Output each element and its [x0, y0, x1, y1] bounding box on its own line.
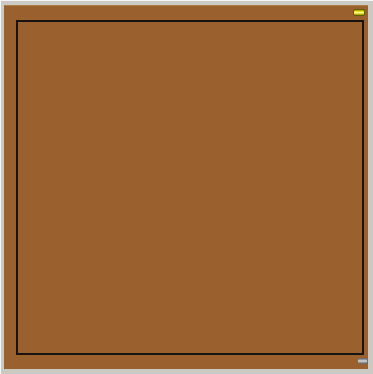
file-label-a [319, 356, 362, 371]
white-to-move-led-icon [353, 9, 365, 16]
file-labels [18, 356, 362, 371]
chess-gui-window: { "game": "chess", "board": { "perspecti… [0, 0, 373, 374]
rank-label-2 [4, 63, 16, 104]
file-label-f [104, 356, 147, 371]
board-frame [4, 5, 368, 369]
rank-label-6 [4, 229, 16, 270]
rank-labels [4, 22, 16, 353]
file-label-h [18, 356, 61, 371]
file-label-c [233, 356, 276, 371]
rank-label-8 [4, 312, 16, 353]
rank-label-4 [4, 146, 16, 187]
rank-label-7 [4, 270, 16, 311]
file-label-d [190, 356, 233, 371]
rank-label-3 [4, 105, 16, 146]
file-label-e [147, 356, 190, 371]
rank-label-1 [4, 22, 16, 63]
board [16, 20, 364, 355]
rank-label-5 [4, 188, 16, 229]
file-label-b [276, 356, 319, 371]
black-to-move-led-icon [357, 358, 368, 364]
file-label-g [61, 356, 104, 371]
